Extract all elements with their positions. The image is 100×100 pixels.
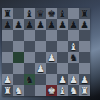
square-c8[interactable]: ♝ bbox=[24, 8, 35, 19]
square-d7[interactable]: ♟ bbox=[35, 19, 46, 30]
black-rook-a8[interactable]: ♜ bbox=[2, 8, 13, 19]
square-g2[interactable]: ♟ bbox=[68, 74, 79, 85]
square-f3[interactable] bbox=[57, 63, 68, 74]
square-b1[interactable]: ♞ bbox=[13, 85, 24, 96]
square-d6[interactable] bbox=[35, 30, 46, 41]
square-a4[interactable] bbox=[2, 52, 13, 63]
white-pawn-e4[interactable]: ♟ bbox=[46, 52, 57, 63]
square-h7[interactable]: ♟ bbox=[79, 19, 90, 30]
square-g7[interactable]: ♟ bbox=[68, 19, 79, 30]
black-pawn-g7[interactable]: ♟ bbox=[68, 19, 79, 30]
square-f6[interactable] bbox=[57, 30, 68, 41]
square-h4[interactable] bbox=[79, 52, 90, 63]
square-e3[interactable] bbox=[46, 63, 57, 74]
app-background: ♜♝♛♚♝♜♟♟♟♟♟♟♟♟♝♟♞♟♟♞♟♟♟♜♞♚♝♞♜ bbox=[0, 0, 100, 100]
square-a1[interactable]: ♜ bbox=[2, 85, 13, 96]
square-e7[interactable]: ♟ bbox=[46, 19, 57, 30]
black-pawn-h7[interactable]: ♟ bbox=[79, 19, 90, 30]
square-d8[interactable]: ♛ bbox=[35, 8, 46, 19]
square-h8[interactable]: ♜ bbox=[79, 8, 90, 19]
square-h5[interactable] bbox=[79, 41, 90, 52]
square-f1[interactable]: ♝ bbox=[57, 85, 68, 96]
square-c5[interactable] bbox=[24, 41, 35, 52]
black-pawn-a7[interactable]: ♟ bbox=[2, 19, 13, 30]
black-queen-d8[interactable]: ♛ bbox=[35, 8, 46, 19]
white-bishop-g5[interactable]: ♝ bbox=[68, 41, 79, 52]
square-a6[interactable] bbox=[2, 30, 13, 41]
square-b5[interactable] bbox=[13, 41, 24, 52]
black-king-e8[interactable]: ♚ bbox=[46, 8, 57, 19]
square-g1[interactable]: ♞ bbox=[68, 85, 79, 96]
square-e1[interactable]: ♚ bbox=[46, 85, 57, 96]
chess-board: ♜♝♛♚♝♜♟♟♟♟♟♟♟♟♝♟♞♟♟♞♟♟♟♜♞♚♝♞♜ bbox=[2, 8, 90, 96]
square-g5[interactable]: ♝ bbox=[68, 41, 79, 52]
square-c7[interactable]: ♟ bbox=[24, 19, 35, 30]
square-e4[interactable]: ♟ bbox=[46, 52, 57, 63]
black-pawn-d7[interactable]: ♟ bbox=[35, 19, 46, 30]
white-knight-b1[interactable]: ♞ bbox=[13, 85, 24, 96]
square-f2[interactable]: ♟ bbox=[57, 74, 68, 85]
square-d1[interactable] bbox=[35, 85, 46, 96]
square-c2[interactable]: ♞ bbox=[24, 74, 35, 85]
square-h2[interactable]: ♟ bbox=[79, 74, 90, 85]
white-rook-a1[interactable]: ♜ bbox=[2, 85, 13, 96]
square-a3[interactable] bbox=[2, 63, 13, 74]
square-e6[interactable] bbox=[46, 30, 57, 41]
square-g3[interactable] bbox=[68, 63, 79, 74]
square-d5[interactable] bbox=[35, 41, 46, 52]
square-b2[interactable] bbox=[13, 74, 24, 85]
black-pawn-f7[interactable]: ♟ bbox=[57, 19, 68, 30]
square-h1[interactable]: ♜ bbox=[79, 85, 90, 96]
square-a2[interactable]: ♟ bbox=[2, 74, 13, 85]
square-a5[interactable] bbox=[2, 41, 13, 52]
square-b8[interactable] bbox=[13, 8, 24, 19]
square-f8[interactable]: ♝ bbox=[57, 8, 68, 19]
white-pawn-f2[interactable]: ♟ bbox=[57, 74, 68, 85]
square-a7[interactable]: ♟ bbox=[2, 19, 13, 30]
square-b6[interactable] bbox=[13, 30, 24, 41]
white-pawn-h2[interactable]: ♟ bbox=[79, 74, 90, 85]
square-c6[interactable] bbox=[24, 30, 35, 41]
square-a8[interactable]: ♜ bbox=[2, 8, 13, 19]
square-e2[interactable] bbox=[46, 74, 57, 85]
square-c3[interactable] bbox=[24, 63, 35, 74]
black-pawn-e7[interactable]: ♟ bbox=[46, 19, 57, 30]
square-f4[interactable] bbox=[57, 52, 68, 63]
square-b4[interactable] bbox=[13, 52, 24, 63]
square-b7[interactable]: ♟ bbox=[13, 19, 24, 30]
square-e5[interactable] bbox=[46, 41, 57, 52]
black-rook-h8[interactable]: ♜ bbox=[79, 8, 90, 19]
square-c1[interactable] bbox=[24, 85, 35, 96]
white-bishop-f1[interactable]: ♝ bbox=[57, 85, 68, 96]
black-pawn-c7[interactable]: ♟ bbox=[24, 19, 35, 30]
square-f7[interactable]: ♟ bbox=[57, 19, 68, 30]
white-pawn-a2[interactable]: ♟ bbox=[2, 74, 13, 85]
black-bishop-f8[interactable]: ♝ bbox=[57, 8, 68, 19]
white-pawn-d3[interactable]: ♟ bbox=[35, 63, 46, 74]
square-g8[interactable] bbox=[68, 8, 79, 19]
square-f5[interactable] bbox=[57, 41, 68, 52]
black-bishop-c8[interactable]: ♝ bbox=[24, 8, 35, 19]
square-g6[interactable] bbox=[68, 30, 79, 41]
black-knight-c2[interactable]: ♞ bbox=[24, 74, 35, 85]
square-d4[interactable] bbox=[35, 52, 46, 63]
square-g4[interactable]: ♞ bbox=[68, 52, 79, 63]
square-d2[interactable] bbox=[35, 74, 46, 85]
white-rook-h1[interactable]: ♜ bbox=[79, 85, 90, 96]
black-knight-g4[interactable]: ♞ bbox=[68, 52, 79, 63]
square-b3[interactable] bbox=[13, 63, 24, 74]
square-d3[interactable]: ♟ bbox=[35, 63, 46, 74]
black-pawn-b7[interactable]: ♟ bbox=[13, 19, 24, 30]
square-c4[interactable] bbox=[24, 52, 35, 63]
square-e8[interactable]: ♚ bbox=[46, 8, 57, 19]
square-h3[interactable] bbox=[79, 63, 90, 74]
white-pawn-g2[interactable]: ♟ bbox=[68, 74, 79, 85]
white-knight-g1[interactable]: ♞ bbox=[68, 85, 79, 96]
white-king-e1[interactable]: ♚ bbox=[46, 85, 57, 96]
square-h6[interactable] bbox=[79, 30, 90, 41]
